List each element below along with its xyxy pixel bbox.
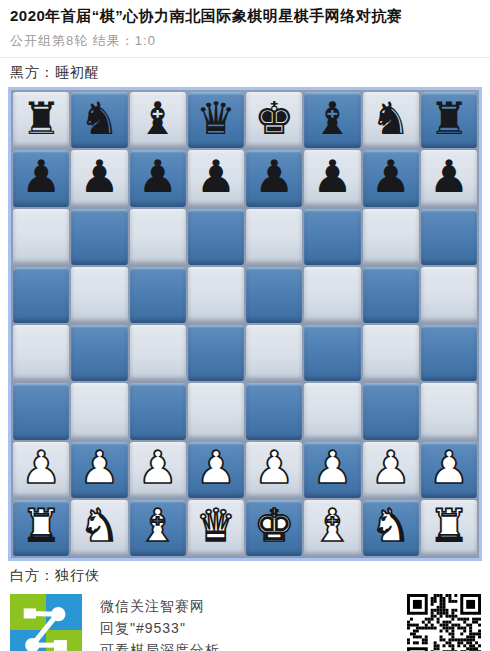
square-g8[interactable]: ♞ — [363, 92, 419, 148]
square-f4[interactable] — [304, 325, 360, 381]
square-h1[interactable]: ♜ — [421, 500, 477, 556]
white-bishop[interactable]: ♝ — [137, 503, 177, 548]
white-pawn[interactable]: ♟ — [21, 445, 61, 490]
square-c7[interactable]: ♟ — [130, 150, 186, 206]
square-f3[interactable] — [304, 383, 360, 439]
square-g7[interactable]: ♟ — [363, 150, 419, 206]
square-g5[interactable] — [363, 267, 419, 323]
square-b4[interactable] — [71, 325, 127, 381]
black-rook[interactable]: ♜ — [429, 96, 469, 141]
square-c4[interactable] — [130, 325, 186, 381]
square-a3[interactable] — [13, 383, 69, 439]
square-g3[interactable] — [363, 383, 419, 439]
square-h6[interactable] — [421, 209, 477, 265]
square-a2[interactable]: ♟ — [13, 442, 69, 498]
square-d1[interactable]: ♛ — [188, 500, 244, 556]
black-pawn[interactable]: ♟ — [370, 154, 410, 199]
square-g2[interactable]: ♟ — [363, 442, 419, 498]
black-knight[interactable]: ♞ — [79, 96, 119, 141]
square-g1[interactable]: ♞ — [363, 500, 419, 556]
square-c6[interactable] — [130, 209, 186, 265]
black-player-label: 黑方：睡初醒 — [0, 58, 490, 87]
square-a6[interactable] — [13, 209, 69, 265]
square-b6[interactable] — [71, 209, 127, 265]
black-rook[interactable]: ♜ — [21, 96, 61, 141]
black-pawn[interactable]: ♟ — [312, 154, 352, 199]
white-pawn[interactable]: ♟ — [137, 445, 177, 490]
square-b2[interactable]: ♟ — [71, 442, 127, 498]
header: 2020年首届“棋”心协力南北国际象棋明星棋手网络对抗赛 公开组第8轮 结果：1… — [0, 0, 490, 50]
white-pawn[interactable]: ♟ — [312, 445, 352, 490]
square-d4[interactable] — [188, 325, 244, 381]
black-bishop[interactable]: ♝ — [137, 96, 177, 141]
square-f6[interactable] — [304, 209, 360, 265]
square-d2[interactable]: ♟ — [188, 442, 244, 498]
square-e2[interactable]: ♟ — [246, 442, 302, 498]
footer-line-wechat: 微信关注智赛网 — [100, 595, 407, 617]
square-e1[interactable]: ♚ — [246, 500, 302, 556]
black-pawn[interactable]: ♟ — [79, 154, 119, 199]
square-e8[interactable]: ♚ — [246, 92, 302, 148]
square-c1[interactable]: ♝ — [130, 500, 186, 556]
white-rook[interactable]: ♜ — [21, 503, 61, 548]
square-e4[interactable] — [246, 325, 302, 381]
square-a1[interactable]: ♜ — [13, 500, 69, 556]
square-e7[interactable]: ♟ — [246, 150, 302, 206]
square-a5[interactable] — [13, 267, 69, 323]
square-g6[interactable] — [363, 209, 419, 265]
white-knight[interactable]: ♞ — [79, 503, 119, 548]
black-knight[interactable]: ♞ — [370, 96, 410, 141]
tournament-title: 2020年首届“棋”心协力南北国际象棋明星棋手网络对抗赛 — [10, 7, 480, 26]
black-pawn[interactable]: ♟ — [137, 154, 177, 199]
black-queen[interactable]: ♛ — [196, 96, 236, 141]
square-b3[interactable] — [71, 383, 127, 439]
white-king[interactable]: ♚ — [254, 503, 294, 548]
white-pawn[interactable]: ♟ — [370, 445, 410, 490]
square-b1[interactable]: ♞ — [71, 500, 127, 556]
square-c3[interactable] — [130, 383, 186, 439]
black-bishop[interactable]: ♝ — [312, 96, 352, 141]
qr-code — [407, 594, 481, 651]
square-e3[interactable] — [246, 383, 302, 439]
square-d6[interactable] — [188, 209, 244, 265]
zhisai-logo — [10, 594, 82, 651]
black-pawn[interactable]: ♟ — [21, 154, 61, 199]
white-pawn[interactable]: ♟ — [196, 445, 236, 490]
square-b5[interactable] — [71, 267, 127, 323]
square-e5[interactable] — [246, 267, 302, 323]
black-pawn[interactable]: ♟ — [196, 154, 236, 199]
black-pawn[interactable]: ♟ — [254, 154, 294, 199]
square-h2[interactable]: ♟ — [421, 442, 477, 498]
square-a8[interactable]: ♜ — [13, 92, 69, 148]
footer-text: 微信关注智赛网 回复"#9533" 可看棋局深度分析 — [100, 594, 407, 651]
white-player-label: 白方：独行侠 — [0, 561, 490, 590]
square-c2[interactable]: ♟ — [130, 442, 186, 498]
square-f2[interactable]: ♟ — [304, 442, 360, 498]
square-b7[interactable]: ♟ — [71, 150, 127, 206]
footer-line-analysis: 可看棋局深度分析 — [100, 639, 407, 651]
square-h3[interactable] — [421, 383, 477, 439]
square-a4[interactable] — [13, 325, 69, 381]
white-knight[interactable]: ♞ — [370, 503, 410, 548]
square-f8[interactable]: ♝ — [304, 92, 360, 148]
chess-board: ♜♞♝♛♚♝♞♜♟♟♟♟♟♟♟♟♟♟♟♟♟♟♟♟♜♞♝♛♚♝♞♜ — [8, 87, 482, 561]
white-queen[interactable]: ♛ — [196, 503, 236, 548]
square-d8[interactable]: ♛ — [188, 92, 244, 148]
square-f5[interactable] — [304, 267, 360, 323]
square-c8[interactable]: ♝ — [130, 92, 186, 148]
square-d3[interactable] — [188, 383, 244, 439]
square-f1[interactable]: ♝ — [304, 500, 360, 556]
square-d5[interactable] — [188, 267, 244, 323]
square-h8[interactable]: ♜ — [421, 92, 477, 148]
white-pawn[interactable]: ♟ — [79, 445, 119, 490]
round-result-subtitle: 公开组第8轮 结果：1:0 — [10, 32, 480, 50]
black-pawn[interactable]: ♟ — [429, 154, 469, 199]
square-c5[interactable] — [130, 267, 186, 323]
square-h7[interactable]: ♟ — [421, 150, 477, 206]
square-e6[interactable] — [246, 209, 302, 265]
square-h5[interactable] — [421, 267, 477, 323]
page: 2020年首届“棋”心协力南北国际象棋明星棋手网络对抗赛 公开组第8轮 结果：1… — [0, 0, 490, 651]
footer: 微信关注智赛网 回复"#9533" 可看棋局深度分析 — [0, 590, 490, 651]
square-g4[interactable] — [363, 325, 419, 381]
square-a7[interactable]: ♟ — [13, 150, 69, 206]
square-d7[interactable]: ♟ — [188, 150, 244, 206]
white-pawn[interactable]: ♟ — [254, 445, 294, 490]
square-b8[interactable]: ♞ — [71, 92, 127, 148]
square-h4[interactable] — [421, 325, 477, 381]
footer-line-reply-code: 回复"#9533" — [100, 617, 407, 639]
white-rook[interactable]: ♜ — [429, 503, 469, 548]
white-pawn[interactable]: ♟ — [429, 445, 469, 490]
white-bishop[interactable]: ♝ — [312, 503, 352, 548]
black-king[interactable]: ♚ — [254, 96, 294, 141]
square-f7[interactable]: ♟ — [304, 150, 360, 206]
